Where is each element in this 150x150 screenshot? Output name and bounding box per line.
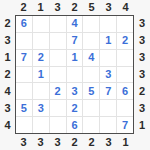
cell-r2c2[interactable] — [33, 33, 49, 49]
cell-r1c5[interactable] — [83, 16, 99, 32]
cell-r5c1[interactable] — [16, 83, 32, 99]
cell-r4c1[interactable] — [16, 67, 32, 83]
cell-r5c7[interactable]: 6 — [117, 83, 133, 99]
clue-bottom-2: 3 — [32, 134, 49, 150]
cell-r4c6[interactable]: 3 — [100, 67, 116, 83]
cell-r4c4[interactable] — [67, 67, 83, 83]
cell-r6c6[interactable] — [100, 100, 116, 116]
right-clues: 3333231 — [134, 15, 150, 134]
clue-right-7: 1 — [134, 117, 150, 134]
clue-bottom-6: 3 — [100, 134, 117, 150]
clue-right-5: 2 — [134, 83, 150, 100]
cell-r1c6[interactable] — [100, 16, 116, 32]
cell-r3c5[interactable]: 4 — [83, 50, 99, 66]
skyscrapers-puzzle: 2132534 3332231 2312434 3333231 64712721… — [0, 0, 150, 150]
cell-r5c5[interactable]: 5 — [83, 83, 99, 99]
clue-top-1: 2 — [15, 0, 32, 15]
cell-r2c1[interactable] — [16, 33, 32, 49]
cell-r4c2[interactable]: 1 — [33, 67, 49, 83]
clue-bottom-4: 2 — [66, 134, 83, 150]
cell-r2c5[interactable] — [83, 33, 99, 49]
cell-r1c1[interactable]: 6 — [16, 16, 32, 32]
cell-r5c4[interactable]: 3 — [67, 83, 83, 99]
cell-r7c2[interactable] — [33, 117, 49, 133]
clue-left-4: 2 — [0, 66, 15, 83]
cell-r6c3[interactable] — [50, 100, 66, 116]
cell-r4c5[interactable] — [83, 67, 99, 83]
cell-r1c4[interactable]: 4 — [67, 16, 83, 32]
cell-r6c5[interactable] — [83, 100, 99, 116]
cell-r2c7[interactable]: 2 — [117, 33, 133, 49]
bottom-clues: 3332231 — [15, 134, 134, 150]
clue-top-7: 4 — [117, 0, 134, 15]
cell-r3c2[interactable]: 2 — [33, 50, 49, 66]
clue-left-1: 2 — [0, 15, 15, 32]
cell-r5c3[interactable]: 2 — [50, 83, 66, 99]
clue-right-4: 3 — [134, 66, 150, 83]
cell-r5c2[interactable] — [33, 83, 49, 99]
cell-r7c6[interactable] — [100, 117, 116, 133]
clue-left-5: 4 — [0, 83, 15, 100]
cell-r2c3[interactable] — [50, 33, 66, 49]
cell-r1c2[interactable] — [33, 16, 49, 32]
cell-r3c1[interactable]: 7 — [16, 50, 32, 66]
clue-left-3: 1 — [0, 49, 15, 66]
cell-r7c4[interactable]: 6 — [67, 117, 83, 133]
clue-right-6: 3 — [134, 100, 150, 117]
cell-r6c4[interactable]: 2 — [67, 100, 83, 116]
cell-r3c4[interactable]: 1 — [67, 50, 83, 66]
clue-left-7: 4 — [0, 117, 15, 134]
cell-r6c1[interactable]: 5 — [16, 100, 32, 116]
clue-top-2: 1 — [32, 0, 49, 15]
cell-r2c4[interactable]: 7 — [67, 33, 83, 49]
clue-right-3: 3 — [134, 49, 150, 66]
cell-r7c3[interactable] — [50, 117, 66, 133]
clue-top-6: 3 — [100, 0, 117, 15]
cell-r5c6[interactable]: 7 — [100, 83, 116, 99]
cell-r1c7[interactable] — [117, 16, 133, 32]
cell-r3c6[interactable] — [100, 50, 116, 66]
cell-r4c3[interactable] — [50, 67, 66, 83]
clue-top-4: 2 — [66, 0, 83, 15]
cell-r7c1[interactable] — [16, 117, 32, 133]
cell-r2c6[interactable]: 1 — [100, 33, 116, 49]
puzzle-board: 647127214132357653267 — [15, 15, 134, 134]
cell-r7c7[interactable]: 7 — [117, 117, 133, 133]
clue-top-5: 5 — [83, 0, 100, 15]
clue-right-2: 3 — [134, 32, 150, 49]
left-clues: 2312434 — [0, 15, 15, 134]
cell-r6c7[interactable] — [117, 100, 133, 116]
clue-top-3: 3 — [49, 0, 66, 15]
cell-r6c2[interactable]: 3 — [33, 100, 49, 116]
top-clues: 2132534 — [15, 0, 134, 15]
clue-left-6: 3 — [0, 100, 15, 117]
cell-r1c3[interactable] — [50, 16, 66, 32]
cell-r3c3[interactable] — [50, 50, 66, 66]
clue-right-1: 3 — [134, 15, 150, 32]
cell-r7c5[interactable] — [83, 117, 99, 133]
clue-bottom-1: 3 — [15, 134, 32, 150]
clue-bottom-3: 3 — [49, 134, 66, 150]
clue-bottom-7: 1 — [117, 134, 134, 150]
cell-r4c7[interactable] — [117, 67, 133, 83]
clue-left-2: 3 — [0, 32, 15, 49]
clue-bottom-5: 2 — [83, 134, 100, 150]
cell-r3c7[interactable] — [117, 50, 133, 66]
